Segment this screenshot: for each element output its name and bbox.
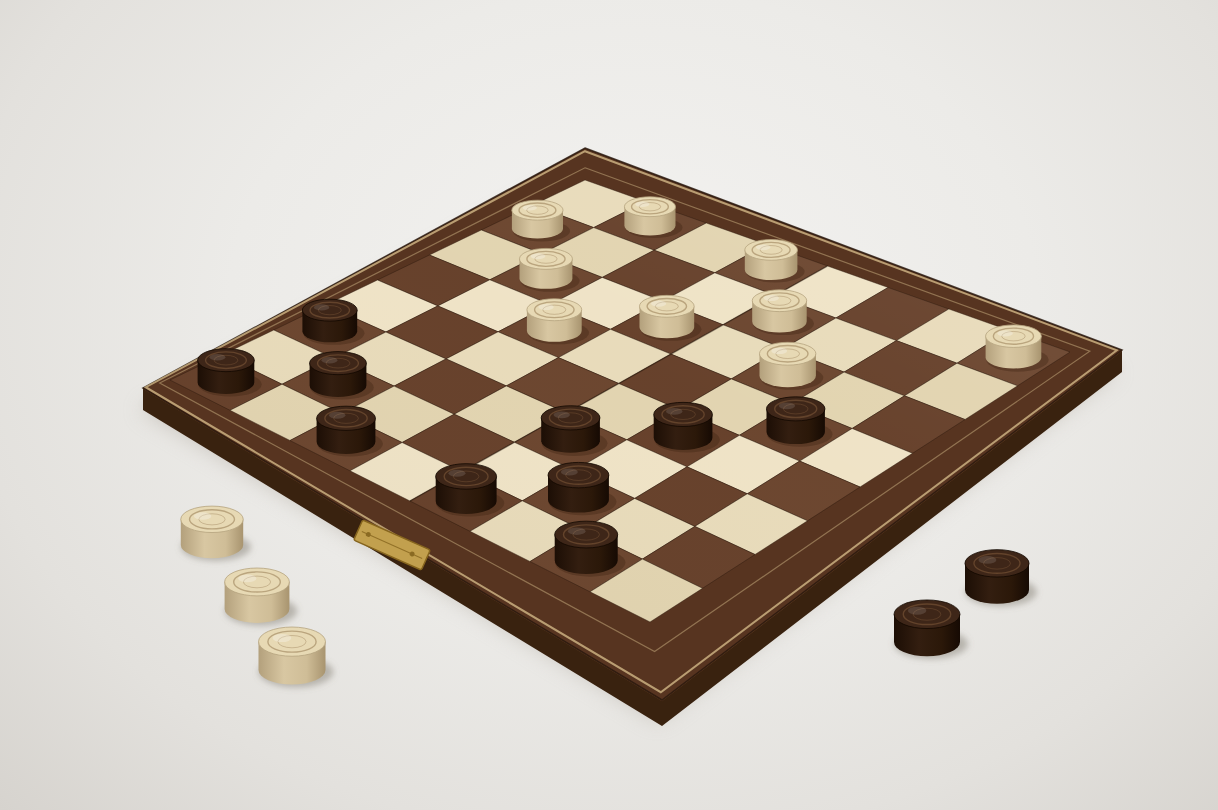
piece-highlight bbox=[561, 468, 578, 475]
piece-black-off-right-1[interactable] bbox=[965, 550, 1037, 607]
piece-white-d6[interactable] bbox=[639, 295, 701, 340]
piece-highlight bbox=[523, 205, 537, 211]
piece-white-c5[interactable] bbox=[527, 299, 589, 345]
photo-scene bbox=[0, 0, 1218, 810]
piece-white-d8[interactable] bbox=[745, 240, 805, 283]
piece-white-b6[interactable] bbox=[519, 248, 579, 291]
piece-highlight bbox=[448, 470, 465, 477]
piece-white-a7[interactable] bbox=[512, 200, 570, 241]
piece-highlight bbox=[194, 512, 211, 519]
checkers-scene-svg bbox=[0, 0, 1218, 810]
piece-black-b2[interactable] bbox=[310, 352, 374, 400]
piece-white-f6[interactable] bbox=[759, 342, 823, 389]
piece-highlight bbox=[651, 301, 666, 307]
piece-highlight bbox=[322, 357, 338, 363]
piece-highlight bbox=[210, 354, 226, 360]
piece-black-e3[interactable] bbox=[541, 406, 607, 456]
piece-black-g1[interactable] bbox=[555, 521, 626, 576]
piece-white-e7[interactable] bbox=[752, 290, 814, 335]
piece-highlight bbox=[538, 304, 553, 310]
piece-black-g5[interactable] bbox=[767, 397, 833, 447]
piece-white-off-left-1[interactable] bbox=[181, 506, 251, 561]
piece-white-off-left-2[interactable] bbox=[225, 568, 298, 626]
piece-highlight bbox=[314, 304, 329, 310]
piece-highlight bbox=[908, 607, 926, 615]
piece-highlight bbox=[779, 403, 795, 410]
piece-highlight bbox=[635, 201, 649, 207]
piece-highlight bbox=[764, 295, 779, 301]
piece-highlight bbox=[666, 408, 682, 415]
piece-white-off-left-3[interactable] bbox=[259, 627, 334, 687]
piece-highlight bbox=[756, 244, 771, 250]
piece-black-f4[interactable] bbox=[654, 402, 720, 452]
piece-highlight bbox=[238, 575, 256, 583]
piece-highlight bbox=[997, 330, 1013, 336]
piece-black-off-right-2[interactable] bbox=[894, 600, 968, 659]
piece-highlight bbox=[978, 556, 996, 564]
piece-black-f2[interactable] bbox=[548, 462, 617, 515]
piece-highlight bbox=[771, 348, 787, 354]
piece-highlight bbox=[568, 527, 586, 535]
piece-highlight bbox=[554, 411, 570, 418]
piece-black-e1[interactable] bbox=[436, 464, 505, 517]
piece-highlight bbox=[531, 253, 546, 259]
piece-highlight bbox=[329, 412, 345, 419]
piece-white-b8[interactable] bbox=[624, 197, 682, 238]
piece-white-h8[interactable] bbox=[986, 325, 1049, 372]
piece-black-c1[interactable] bbox=[317, 406, 383, 456]
piece-highlight bbox=[273, 634, 292, 642]
piece-black-a1[interactable] bbox=[198, 349, 262, 397]
piece-black-a3[interactable] bbox=[302, 299, 364, 345]
